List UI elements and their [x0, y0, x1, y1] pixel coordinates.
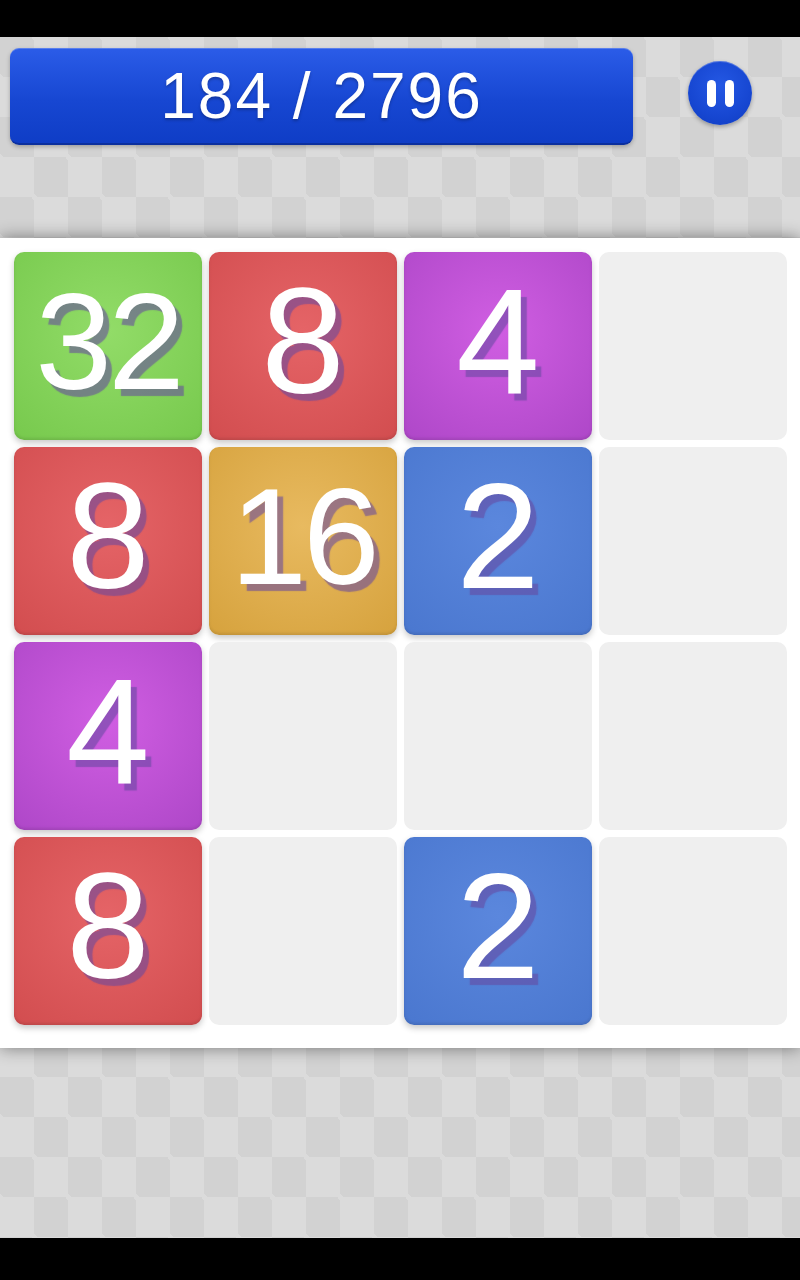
tile-8: 8 — [14, 837, 202, 1025]
pause-button[interactable] — [688, 61, 752, 125]
app-background: 184 / 2796 32848162482 — [0, 37, 800, 1238]
empty-cell — [404, 642, 592, 830]
tile-8: 8 — [14, 447, 202, 635]
tile-4: 4 — [404, 252, 592, 440]
game-screen: 184 / 2796 32848162482 — [0, 0, 800, 1280]
tile-2: 2 — [404, 837, 592, 1025]
pause-icon — [707, 80, 716, 107]
tile-8: 8 — [209, 252, 397, 440]
navigation-bar — [0, 1238, 800, 1280]
tile-16: 16 — [209, 447, 397, 635]
empty-cell — [599, 837, 787, 1025]
empty-cell — [599, 642, 787, 830]
board-grid[interactable]: 32848162482 — [0, 238, 800, 1039]
score-bar: 184 / 2796 — [10, 48, 633, 145]
tile-2: 2 — [404, 447, 592, 635]
empty-cell — [599, 447, 787, 635]
empty-cell — [209, 837, 397, 1025]
pause-icon — [725, 80, 734, 107]
game-board[interactable]: 32848162482 — [0, 238, 800, 1048]
tile-32: 32 — [14, 252, 202, 440]
empty-cell — [599, 252, 787, 440]
empty-cell — [209, 642, 397, 830]
tile-4: 4 — [14, 642, 202, 830]
score-display: 184 / 2796 — [160, 59, 483, 133]
header: 184 / 2796 — [0, 37, 800, 238]
status-bar — [0, 0, 800, 37]
